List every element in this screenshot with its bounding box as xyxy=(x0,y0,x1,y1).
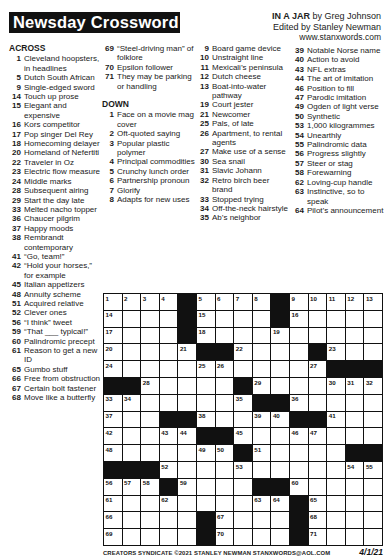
cell-number: 52 xyxy=(161,463,168,470)
grid-cell[interactable] xyxy=(346,395,364,411)
grid-cell[interactable] xyxy=(123,361,141,377)
grid-cell[interactable] xyxy=(160,512,178,528)
grid-cell[interactable]: 25 xyxy=(197,361,215,377)
grid-cell[interactable] xyxy=(253,428,271,444)
grid-cell[interactable]: 50 xyxy=(216,445,234,461)
clue-number: 69 xyxy=(101,44,114,53)
grid-cell[interactable] xyxy=(197,479,215,495)
clue-number: 1 xyxy=(8,54,21,63)
clue-number: 26 xyxy=(196,129,209,138)
grid-cell[interactable] xyxy=(253,328,271,344)
grid-cell[interactable]: 27 xyxy=(309,361,327,377)
grid-cell[interactable] xyxy=(216,496,234,512)
clue-number: 52 xyxy=(8,308,21,317)
clue: 48Annuity scheme xyxy=(8,290,101,299)
grid-cell[interactable] xyxy=(178,445,196,461)
clue-text: Forewarning xyxy=(307,168,384,177)
clue-number: 54 xyxy=(291,131,304,140)
grid-cell[interactable] xyxy=(141,529,159,545)
grid-cell[interactable] xyxy=(327,445,345,461)
clue-text: Steer or stag xyxy=(307,159,384,168)
grid-cell[interactable] xyxy=(364,479,382,495)
grid-cell[interactable]: 17 xyxy=(104,328,122,344)
grid-cell[interactable] xyxy=(327,428,345,444)
grid-cell[interactable] xyxy=(234,496,252,512)
grid-cell[interactable]: 28 xyxy=(141,378,159,394)
grid-cell[interactable] xyxy=(216,395,234,411)
grid-cell[interactable] xyxy=(364,328,382,344)
clue-number: 19 xyxy=(196,100,209,109)
grid-cell[interactable]: 7 xyxy=(234,294,252,310)
cell-number: 11 xyxy=(329,295,336,302)
grid-cell[interactable] xyxy=(123,445,141,461)
cell-number: 15 xyxy=(199,311,206,318)
clue-text: Make use of a sense xyxy=(212,147,289,156)
grid-cell[interactable] xyxy=(178,378,196,394)
grid-cell[interactable] xyxy=(123,412,141,428)
clue-text: Certain bolt fastener xyxy=(24,384,101,393)
grid-cell[interactable]: 43 xyxy=(160,428,178,444)
grid-cell[interactable]: 22 xyxy=(234,344,252,360)
grid-cell[interactable] xyxy=(364,496,382,512)
grid-cell[interactable]: 65 xyxy=(309,496,327,512)
clue-text: Dutch South African xyxy=(24,73,101,82)
grid-cell[interactable]: 69 xyxy=(104,529,122,545)
clue: 58Forewarning xyxy=(291,168,384,177)
grid-cell[interactable]: 29 xyxy=(253,378,271,394)
grid-cell[interactable]: 41 xyxy=(327,412,345,428)
grid-cell[interactable]: 60 xyxy=(290,479,308,495)
clue-text: Sea snail xyxy=(212,157,289,166)
grid-cell[interactable]: 35 xyxy=(234,395,252,411)
grid-cell[interactable] xyxy=(271,529,289,545)
clue: 41“Go, team!” xyxy=(8,252,101,261)
grid-cell[interactable]: 44 xyxy=(178,428,196,444)
grid-cell[interactable] xyxy=(234,479,252,495)
clue: 40Action to avoid xyxy=(291,55,384,64)
grid-cell[interactable] xyxy=(364,395,382,411)
grid-cell[interactable] xyxy=(327,529,345,545)
grid-cell[interactable] xyxy=(271,512,289,528)
clue-text: Notable Norse name xyxy=(307,46,384,55)
clue-number: 53 xyxy=(291,121,304,130)
grid-cell[interactable]: 62 xyxy=(160,496,178,512)
grid-cell[interactable] xyxy=(216,311,234,327)
grid-cell[interactable] xyxy=(290,344,308,360)
grid-cell[interactable] xyxy=(271,344,289,360)
grid-cell[interactable]: 55 xyxy=(364,462,382,478)
clue-number: 41 xyxy=(8,252,21,261)
cell-number: 70 xyxy=(217,530,224,537)
grid-cell[interactable] xyxy=(327,395,345,411)
black-cell xyxy=(271,395,289,411)
grid-cell[interactable] xyxy=(141,344,159,360)
grid-cell[interactable]: 10 xyxy=(309,294,327,310)
grid-cell[interactable]: 6 xyxy=(216,294,234,310)
grid-cell[interactable] xyxy=(327,512,345,528)
grid-cell[interactable] xyxy=(271,361,289,377)
grid-cell[interactable]: 20 xyxy=(104,344,122,360)
grid-cell[interactable] xyxy=(271,462,289,478)
grid-cell[interactable] xyxy=(309,311,327,327)
grid-cell[interactable]: 19 xyxy=(271,328,289,344)
grid-cell[interactable] xyxy=(309,445,327,461)
black-cell xyxy=(178,294,196,310)
grid-cell[interactable]: 5 xyxy=(197,294,215,310)
clue-text: Cleveland hoopsters, in headlines xyxy=(24,54,101,73)
black-cell xyxy=(123,378,141,394)
cell-number: 47 xyxy=(310,429,317,436)
grid-cell[interactable]: 53 xyxy=(234,462,252,478)
cell-number: 51 xyxy=(254,446,261,453)
grid-cell[interactable] xyxy=(216,328,234,344)
cell-number: 12 xyxy=(347,295,354,302)
grid-cell[interactable] xyxy=(160,328,178,344)
grid-cell[interactable] xyxy=(346,496,364,512)
grid-cell[interactable]: 4 xyxy=(160,294,178,310)
grid-cell[interactable] xyxy=(346,328,364,344)
cell-number: 32 xyxy=(366,379,373,386)
grid-cell[interactable]: 46 xyxy=(290,428,308,444)
puzzle-title-line: IN A JAR by Greg Johnson xyxy=(272,11,381,22)
grid-cell[interactable]: 70 xyxy=(216,529,234,545)
clue-number: 64 xyxy=(291,206,304,215)
grid-cell[interactable]: 42 xyxy=(104,428,122,444)
grid-cell[interactable] xyxy=(141,328,159,344)
clue: 30Sea snail xyxy=(196,157,289,166)
grid-cell[interactable] xyxy=(327,462,345,478)
clue-text: “Go, team!” xyxy=(24,252,101,261)
grid-cell[interactable] xyxy=(253,462,271,478)
clue: 59“That ___ typical!” xyxy=(8,327,101,336)
grid-cell[interactable]: 36 xyxy=(290,395,308,411)
grid-cell[interactable] xyxy=(160,344,178,360)
grid-cell[interactable] xyxy=(123,512,141,528)
clue: 22Traveler in Oz xyxy=(8,158,101,167)
black-cell xyxy=(253,395,271,411)
clue-number: 57 xyxy=(291,159,304,168)
grid-cell[interactable] xyxy=(364,311,382,327)
grid-cell[interactable]: 33 xyxy=(104,395,122,411)
grid-cell[interactable] xyxy=(309,395,327,411)
grid-cell[interactable]: 37 xyxy=(104,412,122,428)
black-cell xyxy=(364,361,382,377)
grid-cell[interactable] xyxy=(327,479,345,495)
grid-cell[interactable] xyxy=(346,412,364,428)
clue: 18Homecoming delayer xyxy=(8,139,101,148)
grid-cell[interactable] xyxy=(234,529,252,545)
grid-cell[interactable] xyxy=(178,361,196,377)
grid-cell[interactable] xyxy=(364,512,382,528)
black-cell xyxy=(197,529,215,545)
grid-cell[interactable] xyxy=(141,412,159,428)
clue-text: Palindromic precept xyxy=(24,337,101,346)
grid-cell[interactable] xyxy=(234,328,252,344)
grid-cell[interactable] xyxy=(309,462,327,478)
clue-number: 28 xyxy=(8,186,21,195)
grid-cell[interactable]: 63 xyxy=(253,496,271,512)
grid-cell[interactable] xyxy=(309,479,327,495)
grid-cell[interactable] xyxy=(346,428,364,444)
grid-cell[interactable] xyxy=(123,344,141,360)
grid-cell[interactable]: 1 xyxy=(104,294,122,310)
grid-cell[interactable] xyxy=(364,428,382,444)
grid-cell[interactable] xyxy=(160,311,178,327)
grid-cell[interactable] xyxy=(141,496,159,512)
grid-cell[interactable]: 66 xyxy=(104,512,122,528)
grid-cell[interactable] xyxy=(216,462,234,478)
grid-cell[interactable] xyxy=(234,311,252,327)
clue-text: Single-edged sword xyxy=(24,83,101,92)
grid-cell[interactable] xyxy=(216,412,234,428)
grid-cell[interactable] xyxy=(178,512,196,528)
grid-cell[interactable] xyxy=(123,529,141,545)
clue-column-1: ACROSS1Cleveland hoopsters, in headlines… xyxy=(8,44,101,402)
grid-cell[interactable] xyxy=(327,496,345,512)
clue-number: 2 xyxy=(101,129,114,138)
clue-number: 35 xyxy=(196,213,209,222)
grid-cell[interactable]: 15 xyxy=(197,311,215,327)
puzzle-header: IN A JAR by Greg Johnson Edited by Stanl… xyxy=(272,11,381,43)
grid-cell[interactable]: 9 xyxy=(290,294,308,310)
grid-cell[interactable] xyxy=(327,311,345,327)
grid-cell[interactable]: 61 xyxy=(104,496,122,512)
black-cell xyxy=(178,328,196,344)
clue-text: Middle marks xyxy=(24,177,101,186)
grid-cell[interactable] xyxy=(364,412,382,428)
grid-cell[interactable]: 54 xyxy=(346,462,364,478)
grid-cell[interactable] xyxy=(216,378,234,394)
grid-cell[interactable]: 47 xyxy=(309,428,327,444)
cell-number: 36 xyxy=(292,395,299,402)
grid-cell[interactable]: 48 xyxy=(104,445,122,461)
grid-cell[interactable]: 67 xyxy=(216,512,234,528)
clue-text: Traveler in Oz xyxy=(24,158,101,167)
grid-cell[interactable]: 49 xyxy=(197,445,215,461)
clue-text: Clever ones xyxy=(24,308,101,317)
grid-cell[interactable] xyxy=(197,378,215,394)
clue-number: 51 xyxy=(8,299,21,308)
grid-cell[interactable] xyxy=(178,529,196,545)
cell-number: 30 xyxy=(329,379,336,386)
grid-cell[interactable] xyxy=(271,445,289,461)
clue: 6Partnership pronoun xyxy=(101,176,195,185)
grid-cell[interactable]: 40 xyxy=(271,412,289,428)
grid-cell[interactable] xyxy=(346,529,364,545)
cell-number: 33 xyxy=(106,395,113,402)
grid-cell[interactable] xyxy=(141,361,159,377)
clue-number: 61 xyxy=(8,346,21,355)
grid-cell[interactable]: 30 xyxy=(327,378,345,394)
grid-cell[interactable] xyxy=(346,512,364,528)
grid-cell[interactable]: 45 xyxy=(234,428,252,444)
grid-cell[interactable] xyxy=(141,428,159,444)
grid-cell[interactable] xyxy=(290,328,308,344)
grid-cell[interactable]: 52 xyxy=(160,462,178,478)
clue-text: Ab’s neighbor xyxy=(212,213,289,222)
grid-cell[interactable] xyxy=(234,512,252,528)
grid-cell[interactable] xyxy=(364,529,382,545)
grid-cell[interactable] xyxy=(141,395,159,411)
clue-text: Action to avoid xyxy=(307,55,384,64)
grid-cell[interactable]: 34 xyxy=(123,395,141,411)
grid-cell[interactable]: 13 xyxy=(364,294,382,310)
grid-cell[interactable] xyxy=(141,311,159,327)
grid-cell[interactable] xyxy=(290,361,308,377)
clue-text: Partnership pronoun xyxy=(117,176,195,185)
cell-number: 39 xyxy=(254,412,261,419)
grid-cell[interactable] xyxy=(234,361,252,377)
clue-text: Pilot’s announcement xyxy=(307,206,384,215)
clue-text: Pop singer Del Rey xyxy=(24,130,101,139)
grid-cell[interactable] xyxy=(178,395,196,411)
grid-cell[interactable]: 14 xyxy=(104,311,122,327)
clue-number: 11 xyxy=(196,63,209,72)
grid-cell[interactable] xyxy=(309,328,327,344)
grid-cell[interactable]: 16 xyxy=(290,311,308,327)
clue: 8Adapts for new uses xyxy=(101,195,195,204)
clue: 54Unearthly xyxy=(291,131,384,140)
grid-cell[interactable] xyxy=(309,378,327,394)
grid-cell[interactable]: 38 xyxy=(197,412,215,428)
grid-cell[interactable]: 51 xyxy=(253,445,271,461)
cell-number: 61 xyxy=(106,496,113,503)
syndicate-credit: CREATORS SYNDICATE ©2021 STANLEY NEWMAN … xyxy=(103,550,330,556)
cell-number: 57 xyxy=(124,479,131,486)
cell-number: 21 xyxy=(180,345,187,352)
clue: 60Palindromic precept xyxy=(8,337,101,346)
grid-cell[interactable]: 18 xyxy=(197,328,215,344)
grid-cell[interactable] xyxy=(290,378,308,394)
cell-number: 10 xyxy=(310,295,317,302)
grid-cell[interactable] xyxy=(123,496,141,512)
clue-column-4: 39Notable Norse name40Action to avoid43N… xyxy=(291,46,384,215)
grid-cell[interactable] xyxy=(123,428,141,444)
clue-text: Ogden of light verse xyxy=(307,102,384,111)
clue-text: Touch up prose xyxy=(24,92,101,101)
grid-cell[interactable] xyxy=(160,378,178,394)
grid-cell[interactable] xyxy=(160,395,178,411)
grid-cell[interactable] xyxy=(253,512,271,528)
grid-cell[interactable] xyxy=(290,445,308,461)
grid-cell[interactable] xyxy=(253,311,271,327)
grid-cell[interactable]: 59 xyxy=(178,479,196,495)
clue-number: 40 xyxy=(291,55,304,64)
cell-number: 64 xyxy=(273,496,280,503)
grid-cell[interactable]: 3 xyxy=(141,294,159,310)
clue-text: Pals, of late xyxy=(212,119,289,128)
grid-cell[interactable] xyxy=(234,412,252,428)
grid-cell[interactable]: 8 xyxy=(253,294,271,310)
grid-cell[interactable] xyxy=(271,378,289,394)
clue: 67Certain bolt fastener xyxy=(8,384,101,393)
clue-number: 39 xyxy=(291,46,304,55)
cell-number: 58 xyxy=(143,479,150,486)
clue: 57Steer or stag xyxy=(291,159,384,168)
grid-cell[interactable] xyxy=(346,479,364,495)
clue-text: 1,000 kilogrammes xyxy=(307,121,384,130)
clue: 17Pop singer Del Rey xyxy=(8,130,101,139)
clue-text: Synthetic xyxy=(307,112,384,121)
clue-number: 49 xyxy=(291,102,304,111)
grid-cell[interactable]: 56 xyxy=(104,479,122,495)
grid-cell[interactable]: 32 xyxy=(364,378,382,394)
grid-cell[interactable] xyxy=(141,445,159,461)
puzzle-byline: by Greg Johnson xyxy=(310,11,381,21)
clue: 35Ab’s neighbor xyxy=(196,213,289,222)
grid-cell[interactable] xyxy=(160,529,178,545)
black-cell xyxy=(271,294,289,310)
cell-number: 45 xyxy=(236,429,243,436)
grid-cell[interactable] xyxy=(290,462,308,478)
grid-cell[interactable]: 71 xyxy=(309,529,327,545)
grid-cell[interactable] xyxy=(197,395,215,411)
clue-text: Board game device xyxy=(212,44,289,53)
clue-number: 22 xyxy=(8,158,21,167)
cell-number: 17 xyxy=(106,328,113,335)
clue: 15Elegant and expensive xyxy=(8,101,101,120)
clue: 50Synthetic xyxy=(291,112,384,121)
grid-cell[interactable]: 58 xyxy=(141,479,159,495)
grid-cell[interactable]: 21 xyxy=(178,344,196,360)
grid-cell[interactable] xyxy=(253,361,271,377)
grid-cell[interactable]: 57 xyxy=(123,479,141,495)
clue-text: They may be parking or handling xyxy=(117,72,195,91)
grid-cell[interactable] xyxy=(160,445,178,461)
grid-cell[interactable]: 39 xyxy=(253,412,271,428)
grid-cell[interactable] xyxy=(216,479,234,495)
grid-cell[interactable]: 23 xyxy=(327,344,345,360)
grid-cell[interactable] xyxy=(253,529,271,545)
clue: 16Kors competitor xyxy=(8,120,101,129)
masthead-title: Newsday Crossword xyxy=(9,12,180,33)
grid-cell[interactable] xyxy=(197,496,215,512)
black-cell xyxy=(290,529,308,545)
clue: 28Subsequent airing xyxy=(8,186,101,195)
grid-cell[interactable] xyxy=(364,344,382,360)
grid-cell[interactable]: 24 xyxy=(104,361,122,377)
clue-number: 7 xyxy=(101,186,114,195)
black-cell xyxy=(346,445,364,461)
grid-cell[interactable] xyxy=(160,361,178,377)
grid-cell[interactable] xyxy=(123,311,141,327)
grid-cell[interactable] xyxy=(253,344,271,360)
clue-text: Reason to get a new ID xyxy=(24,346,101,365)
cell-number: 49 xyxy=(199,446,206,453)
clue: 11Mexicali’s peninsula xyxy=(196,63,289,72)
clue-number: 25 xyxy=(196,119,209,128)
grid-cell[interactable]: 26 xyxy=(216,361,234,377)
grid-cell[interactable] xyxy=(123,328,141,344)
cell-number: 23 xyxy=(329,345,336,352)
grid-cell[interactable]: 12 xyxy=(346,294,364,310)
grid-cell[interactable] xyxy=(141,512,159,528)
grid-cell[interactable]: 64 xyxy=(271,496,289,512)
grid-cell[interactable] xyxy=(346,311,364,327)
grid-cell[interactable]: 2 xyxy=(123,294,141,310)
grid-cell[interactable] xyxy=(327,328,345,344)
clue-number: 38 xyxy=(8,233,21,242)
grid-cell[interactable]: 11 xyxy=(327,294,345,310)
grid-cell[interactable] xyxy=(178,496,196,512)
grid-cell[interactable] xyxy=(346,344,364,360)
grid-cell[interactable] xyxy=(197,462,215,478)
grid-cell[interactable]: 31 xyxy=(346,378,364,394)
grid-cell[interactable] xyxy=(178,462,196,478)
grid-cell[interactable]: 68 xyxy=(309,512,327,528)
cell-number: 60 xyxy=(292,479,299,486)
grid-cell[interactable] xyxy=(271,428,289,444)
